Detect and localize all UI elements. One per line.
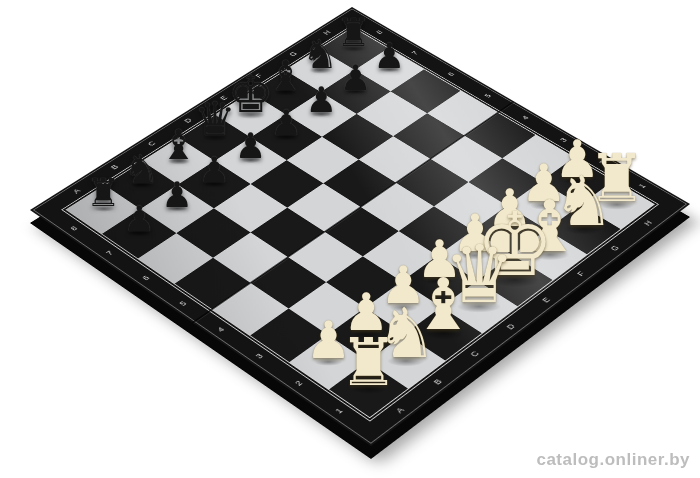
chess-board: ABCDEFGH ABCDEFGH 87654321 87654321	[30, 7, 690, 446]
board-grid	[67, 28, 654, 418]
watermark: catalog.onliner.by	[536, 450, 690, 470]
chess-set-photo: ABCDEFGH ABCDEFGH 87654321 87654321 ♜♞♝♛…	[0, 0, 700, 478]
